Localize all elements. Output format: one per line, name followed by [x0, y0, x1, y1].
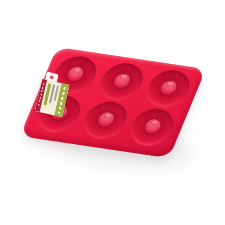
- donut-cavity: [94, 61, 149, 104]
- cavity-centre-post: [96, 111, 117, 127]
- post-top-highlight: [102, 112, 112, 119]
- hang-tag-hole: [49, 75, 53, 79]
- post-top-highlight: [149, 119, 159, 126]
- donut-cavity: [141, 68, 196, 111]
- cavity-centre-post: [142, 118, 163, 134]
- cavity-centre-post: [112, 73, 133, 89]
- product-photo: [0, 0, 225, 225]
- post-top-highlight: [118, 74, 128, 81]
- post-top-highlight: [72, 67, 82, 74]
- cavity-centre-post: [158, 80, 179, 96]
- donut-cavity: [78, 99, 133, 142]
- post-top-highlight: [165, 81, 175, 88]
- donut-cavity: [125, 106, 180, 149]
